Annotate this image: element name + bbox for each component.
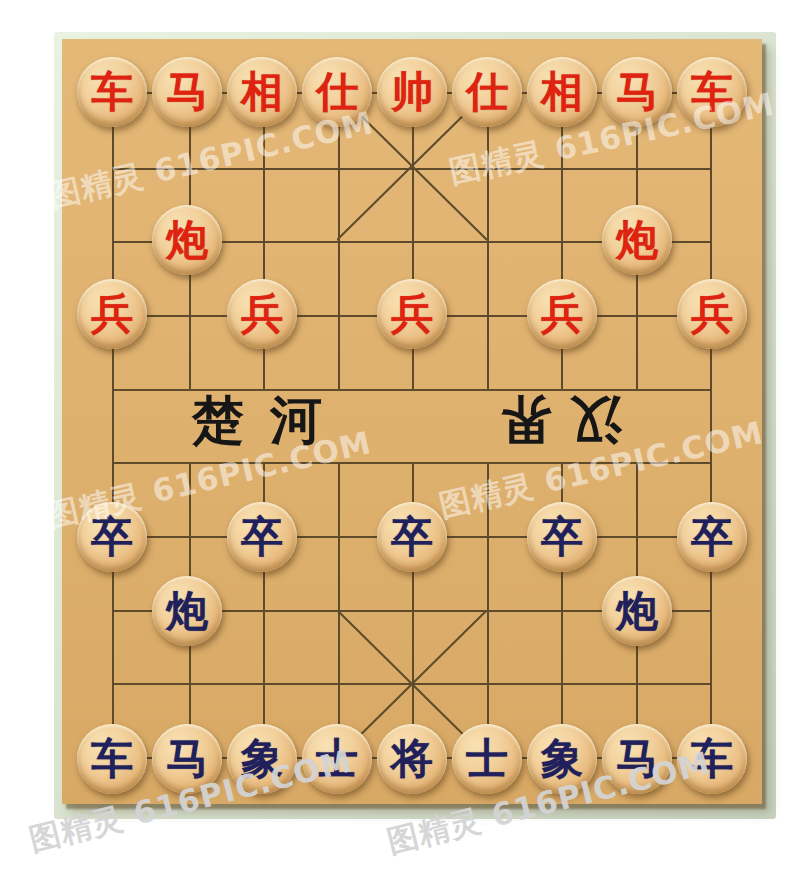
piece-black-cannon[interactable]: 炮 (152, 576, 222, 646)
piece-red-soldier[interactable]: 兵 (377, 279, 447, 349)
piece-black-cannon[interactable]: 炮 (602, 576, 672, 646)
piece-black-advisor[interactable]: 士 (302, 724, 372, 794)
page: 楚河 汉界 车马相仕帅仕相马车炮炮兵兵兵兵兵卒卒卒卒卒炮炮车马象士将士象马车 图… (0, 0, 800, 884)
piece-red-soldier[interactable]: 兵 (527, 279, 597, 349)
piece-red-cannon[interactable]: 炮 (602, 205, 672, 275)
piece-black-horse[interactable]: 马 (602, 724, 672, 794)
piece-black-soldier[interactable]: 卒 (677, 502, 747, 572)
piece-black-soldier[interactable]: 卒 (527, 502, 597, 572)
piece-black-advisor[interactable]: 士 (452, 724, 522, 794)
board-cell (338, 168, 413, 242)
board-cell (412, 389, 487, 463)
board: 楚河 汉界 车马相仕帅仕相马车炮炮兵兵兵兵兵卒卒卒卒卒炮炮车马象士将士象马车 (62, 39, 762, 804)
board-cell (338, 389, 413, 463)
board-edge: 楚河 汉界 车马相仕帅仕相马车炮炮兵兵兵兵兵卒卒卒卒卒炮炮车马象士将士象马车 (54, 32, 776, 819)
board-cell (114, 389, 189, 463)
piece-black-elephant[interactable]: 象 (227, 724, 297, 794)
piece-red-soldier[interactable]: 兵 (77, 279, 147, 349)
piece-black-horse[interactable]: 马 (152, 724, 222, 794)
board-cell (263, 168, 338, 242)
board-cell (338, 610, 413, 684)
piece-black-general[interactable]: 将 (377, 724, 447, 794)
piece-red-horse[interactable]: 马 (152, 57, 222, 127)
piece-red-chariot[interactable]: 车 (77, 57, 147, 127)
piece-red-chariot[interactable]: 车 (677, 57, 747, 127)
river-label-han-jie: 汉界 (482, 389, 622, 451)
piece-black-soldier[interactable]: 卒 (77, 502, 147, 572)
piece-red-elephant[interactable]: 相 (227, 57, 297, 127)
piece-black-soldier[interactable]: 卒 (377, 502, 447, 572)
piece-red-advisor[interactable]: 仕 (452, 57, 522, 127)
piece-black-soldier[interactable]: 卒 (227, 502, 297, 572)
piece-black-chariot[interactable]: 车 (77, 724, 147, 794)
piece-red-advisor[interactable]: 仕 (302, 57, 372, 127)
piece-red-general[interactable]: 帅 (377, 57, 447, 127)
board-cell (487, 168, 562, 242)
piece-red-soldier[interactable]: 兵 (677, 279, 747, 349)
river-label-chu-he: 楚河 (192, 389, 348, 451)
piece-black-elephant[interactable]: 象 (527, 724, 597, 794)
board-cell (487, 610, 562, 684)
piece-black-chariot[interactable]: 车 (677, 724, 747, 794)
piece-red-cannon[interactable]: 炮 (152, 205, 222, 275)
piece-red-horse[interactable]: 马 (602, 57, 672, 127)
piece-red-soldier[interactable]: 兵 (227, 279, 297, 349)
board-cell (636, 389, 711, 463)
board-cell (412, 610, 487, 684)
piece-red-elephant[interactable]: 相 (527, 57, 597, 127)
board-cell (412, 168, 487, 242)
board-cell (263, 610, 338, 684)
